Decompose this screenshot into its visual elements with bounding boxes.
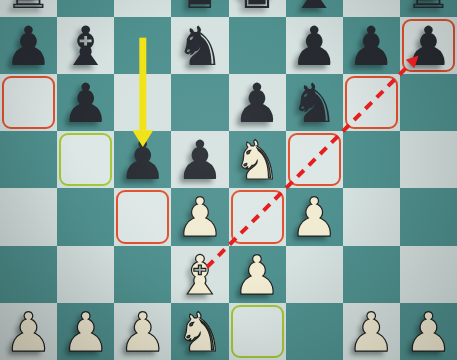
highlight-green-e2 xyxy=(231,305,284,358)
square-g6[interactable] xyxy=(343,74,400,131)
square-c4[interactable] xyxy=(114,188,171,245)
piece-white-pawn-b2[interactable]: ♟ xyxy=(57,304,114,360)
square-e6[interactable]: ♟ xyxy=(229,74,286,131)
square-a2[interactable]: ♟ xyxy=(0,303,57,360)
square-c5[interactable]: ♟ xyxy=(114,131,171,188)
square-b3[interactable] xyxy=(57,246,114,303)
piece-black-knight-f6[interactable]: ♞ xyxy=(286,75,343,132)
piece-white-pawn-d4[interactable]: ♟ xyxy=(171,189,228,246)
square-e2[interactable] xyxy=(229,303,286,360)
square-f5[interactable] xyxy=(286,131,343,188)
square-a7[interactable]: ♟ xyxy=(0,17,57,74)
piece-black-pawn-d5[interactable]: ♟ xyxy=(171,132,228,189)
square-c6[interactable] xyxy=(114,74,171,131)
piece-white-bishop-d3[interactable]: ♝ xyxy=(171,247,228,304)
chess-board-viewport: ♜♛♚♝♜♟♝♞♟♟♟♟♟♞♟♟♞♟♟♝♟♟♟♟♞♟♟ xyxy=(0,0,457,360)
piece-black-pawn-h7[interactable]: ♟ xyxy=(400,18,457,75)
square-h4[interactable] xyxy=(400,188,457,245)
square-h6[interactable] xyxy=(400,74,457,131)
square-c3[interactable] xyxy=(114,246,171,303)
square-e7[interactable] xyxy=(229,17,286,74)
square-a6[interactable] xyxy=(0,74,57,131)
piece-white-pawn-g2[interactable]: ♟ xyxy=(343,304,400,360)
highlight-red-f5 xyxy=(288,133,341,186)
square-g2[interactable]: ♟ xyxy=(343,303,400,360)
piece-white-pawn-h2[interactable]: ♟ xyxy=(400,304,457,360)
square-f4[interactable]: ♟ xyxy=(286,188,343,245)
piece-white-pawn-c2[interactable]: ♟ xyxy=(114,304,171,360)
square-h5[interactable] xyxy=(400,131,457,188)
piece-white-pawn-e3[interactable]: ♟ xyxy=(229,247,286,304)
square-b2[interactable]: ♟ xyxy=(57,303,114,360)
highlight-red-c4 xyxy=(116,190,169,243)
piece-black-pawn-g7[interactable]: ♟ xyxy=(343,18,400,75)
piece-black-pawn-e6[interactable]: ♟ xyxy=(229,75,286,132)
square-g7[interactable]: ♟ xyxy=(343,17,400,74)
square-e8[interactable]: ♚ xyxy=(229,0,286,17)
highlight-red-e4 xyxy=(231,190,284,243)
square-f6[interactable]: ♞ xyxy=(286,74,343,131)
piece-black-pawn-f7[interactable]: ♟ xyxy=(286,18,343,75)
square-f7[interactable]: ♟ xyxy=(286,17,343,74)
square-g5[interactable] xyxy=(343,131,400,188)
square-d5[interactable]: ♟ xyxy=(171,131,228,188)
highlight-red-g6 xyxy=(345,76,398,129)
square-e5[interactable]: ♞ xyxy=(229,131,286,188)
highlight-green-b5 xyxy=(59,133,112,186)
piece-white-pawn-f4[interactable]: ♟ xyxy=(286,189,343,246)
piece-white-knight-e5[interactable]: ♞ xyxy=(229,132,286,189)
square-h2[interactable]: ♟ xyxy=(400,303,457,360)
piece-black-king-e8[interactable]: ♚ xyxy=(229,0,286,18)
square-d2[interactable]: ♞ xyxy=(171,303,228,360)
piece-black-bishop-b7[interactable]: ♝ xyxy=(57,18,114,75)
square-e4[interactable] xyxy=(229,188,286,245)
square-d4[interactable]: ♟ xyxy=(171,188,228,245)
square-b4[interactable] xyxy=(57,188,114,245)
square-h3[interactable] xyxy=(400,246,457,303)
square-e3[interactable]: ♟ xyxy=(229,246,286,303)
square-b6[interactable]: ♟ xyxy=(57,74,114,131)
piece-black-pawn-c5[interactable]: ♟ xyxy=(114,132,171,189)
square-d6[interactable] xyxy=(171,74,228,131)
square-f2[interactable] xyxy=(286,303,343,360)
piece-black-pawn-a7[interactable]: ♟ xyxy=(0,18,57,75)
piece-black-pawn-b6[interactable]: ♟ xyxy=(57,75,114,132)
piece-white-pawn-a2[interactable]: ♟ xyxy=(0,304,57,360)
piece-black-knight-d7[interactable]: ♞ xyxy=(171,18,228,75)
piece-white-knight-d2[interactable]: ♞ xyxy=(171,304,228,360)
square-c2[interactable]: ♟ xyxy=(114,303,171,360)
square-b7[interactable]: ♝ xyxy=(57,17,114,74)
square-c7[interactable] xyxy=(114,17,171,74)
square-b5[interactable] xyxy=(57,131,114,188)
square-g4[interactable] xyxy=(343,188,400,245)
highlight-red-a6 xyxy=(2,76,55,129)
square-c8[interactable] xyxy=(114,0,171,17)
square-f3[interactable] xyxy=(286,246,343,303)
square-d7[interactable]: ♞ xyxy=(171,17,228,74)
square-a3[interactable] xyxy=(0,246,57,303)
square-a5[interactable] xyxy=(0,131,57,188)
square-a4[interactable] xyxy=(0,188,57,245)
chess-board: ♜♛♚♝♜♟♝♞♟♟♟♟♟♞♟♟♞♟♟♝♟♟♟♟♞♟♟ xyxy=(0,0,457,360)
square-h7[interactable]: ♟ xyxy=(400,17,457,74)
square-g3[interactable] xyxy=(343,246,400,303)
square-d3[interactable]: ♝ xyxy=(171,246,228,303)
